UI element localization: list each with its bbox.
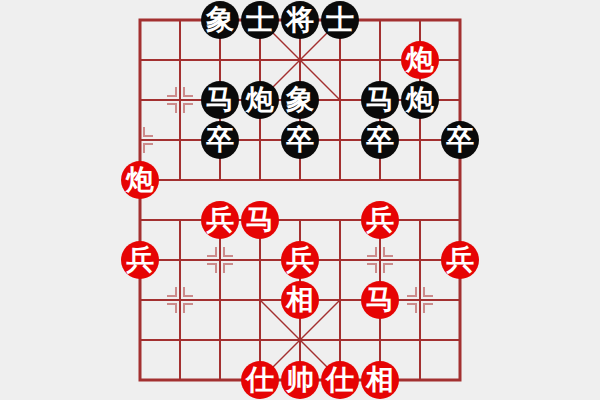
piece-black-elephant[interactable]: 象 <box>281 81 319 119</box>
piece-black-soldier[interactable]: 卒 <box>441 121 479 159</box>
piece-red-elephant[interactable]: 相 <box>281 281 319 319</box>
piece-black-horse[interactable]: 马 <box>201 81 239 119</box>
piece-black-soldier[interactable]: 卒 <box>201 121 239 159</box>
piece-red-elephant[interactable]: 相 <box>361 361 399 399</box>
piece-black-soldier[interactable]: 卒 <box>281 121 319 159</box>
piece-black-cannon[interactable]: 炮 <box>401 81 439 119</box>
piece-red-soldier[interactable]: 兵 <box>201 201 239 239</box>
piece-red-soldier[interactable]: 兵 <box>441 241 479 279</box>
piece-red-cannon[interactable]: 炮 <box>401 41 439 79</box>
piece-red-soldier[interactable]: 兵 <box>361 201 399 239</box>
piece-black-advisor[interactable]: 士 <box>241 1 279 39</box>
piece-black-general[interactable]: 将 <box>281 1 319 39</box>
piece-red-advisor[interactable]: 仕 <box>321 361 359 399</box>
app-background: 象士将士马炮象马炮卒卒卒卒炮炮兵马兵兵兵兵相马仕帅仕相 <box>0 0 600 400</box>
board-grid <box>0 0 600 400</box>
piece-red-horse[interactable]: 马 <box>241 201 279 239</box>
piece-black-cannon[interactable]: 炮 <box>241 81 279 119</box>
piece-black-horse[interactable]: 马 <box>361 81 399 119</box>
piece-red-general[interactable]: 帅 <box>281 361 319 399</box>
piece-red-advisor[interactable]: 仕 <box>241 361 279 399</box>
piece-red-horse[interactable]: 马 <box>361 281 399 319</box>
piece-red-soldier[interactable]: 兵 <box>281 241 319 279</box>
piece-black-elephant[interactable]: 象 <box>201 1 239 39</box>
piece-red-cannon[interactable]: 炮 <box>121 161 159 199</box>
piece-black-advisor[interactable]: 士 <box>321 1 359 39</box>
piece-red-soldier[interactable]: 兵 <box>121 241 159 279</box>
xiangqi-board[interactable]: 象士将士马炮象马炮卒卒卒卒炮炮兵马兵兵兵兵相马仕帅仕相 <box>0 0 600 400</box>
piece-black-soldier[interactable]: 卒 <box>361 121 399 159</box>
